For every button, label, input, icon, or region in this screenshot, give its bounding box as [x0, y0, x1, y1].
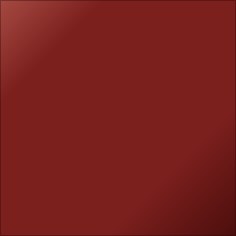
chess-board	[4, 4, 232, 232]
board-frame	[0, 0, 236, 236]
